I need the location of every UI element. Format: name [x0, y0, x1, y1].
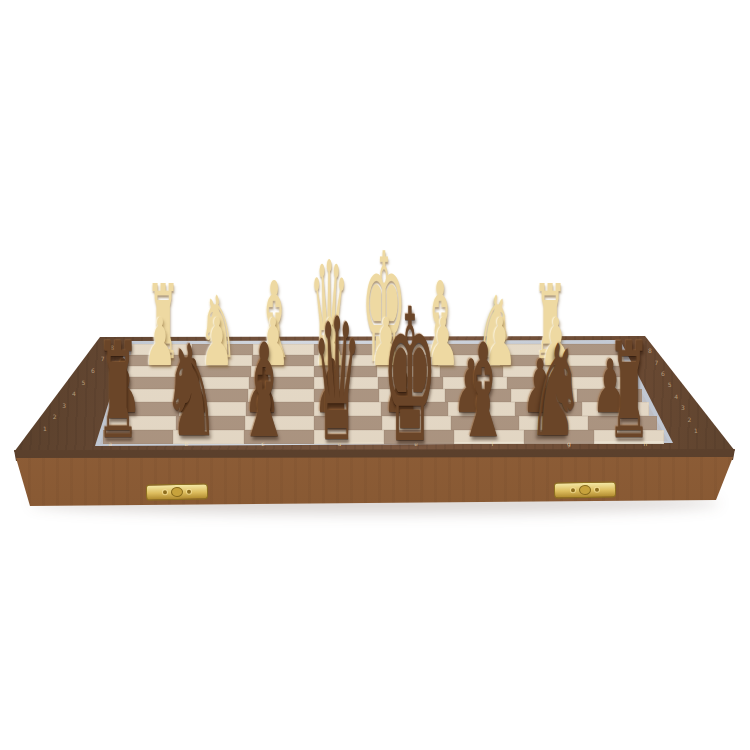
rank-row-8	[131, 344, 617, 355]
piece-dark-pawn-b2[interactable]: ♟	[174, 350, 210, 424]
square-a2[interactable]	[108, 416, 177, 430]
rank-label-left-6: 6	[91, 368, 95, 374]
piece-dark-bishop-c1[interactable]: ♝	[238, 327, 290, 456]
square-c5[interactable]	[249, 377, 313, 389]
square-b3[interactable]	[179, 402, 246, 416]
square-d5[interactable]	[314, 377, 378, 389]
rank-row-3	[112, 402, 649, 416]
pieces-layer: ♜♞♝♛♚♝♞♜♟♟♟♟♟♟♟♟♟♟♟♟♟♟♟♟♜♞♝♛♚♝♞♜	[0, 0, 750, 750]
square-d2[interactable]	[314, 416, 383, 430]
piece-dark-king-e1[interactable]: ♚	[383, 285, 437, 469]
square-c1[interactable]	[244, 430, 314, 445]
piece-light-knight-g8[interactable]: ♞	[476, 285, 514, 370]
board-drop-shadow	[30, 492, 720, 514]
square-a3[interactable]	[112, 402, 179, 416]
latch-screw-icon	[571, 488, 575, 492]
square-f1[interactable]	[454, 430, 524, 445]
rank-row-1	[103, 430, 664, 445]
square-f8[interactable]	[435, 344, 496, 355]
square-c4[interactable]	[248, 389, 314, 402]
piece-dark-pawn-c2[interactable]: ♟	[244, 350, 280, 424]
rank-row-4	[117, 389, 643, 402]
piece-dark-knight-b1[interactable]: ♞	[163, 329, 220, 456]
rank-label-right-7: 7	[654, 360, 658, 366]
square-d4[interactable]	[314, 389, 380, 402]
piece-light-rook-h8[interactable]: ♜	[533, 271, 566, 374]
square-a4[interactable]	[117, 389, 183, 402]
square-b1[interactable]	[173, 430, 243, 445]
square-g1[interactable]	[524, 430, 594, 445]
square-c6[interactable]	[251, 366, 314, 378]
piece-light-pawn-g7[interactable]: ♟	[483, 310, 516, 376]
piece-dark-rook-a1[interactable]: ♜	[97, 325, 140, 457]
square-f4[interactable]	[445, 389, 511, 402]
square-f7[interactable]	[438, 355, 500, 366]
piece-light-pawn-c7[interactable]: ♟	[257, 310, 290, 376]
square-e6[interactable]	[377, 366, 440, 378]
square-a1[interactable]	[103, 430, 173, 445]
rank-label-left-1: 1	[43, 426, 47, 432]
square-g8[interactable]	[496, 344, 557, 355]
file-label-g: g	[567, 441, 571, 447]
file-label-h: h	[644, 441, 648, 447]
square-a6[interactable]	[124, 366, 187, 378]
square-f2[interactable]	[451, 416, 520, 430]
rank-row-5	[121, 377, 636, 389]
square-b5[interactable]	[185, 377, 249, 389]
piece-light-bishop-c8[interactable]: ♝	[252, 268, 295, 374]
square-g6[interactable]	[503, 366, 566, 378]
rank-label-right-6: 6	[661, 371, 665, 377]
square-e4[interactable]	[379, 389, 445, 402]
piece-dark-queen-d1[interactable]: ♛	[313, 296, 362, 465]
file-label-c: c	[261, 441, 264, 447]
square-d7[interactable]	[314, 355, 376, 366]
folding-box-apron	[0, 0, 750, 750]
rank-label-right-8: 8	[648, 348, 652, 354]
square-g4[interactable]	[511, 389, 577, 402]
board-frame	[0, 0, 750, 750]
square-e7[interactable]	[376, 355, 438, 366]
piece-dark-knight-g1[interactable]: ♞	[528, 329, 585, 456]
piece-dark-bishop-f1[interactable]: ♝	[457, 327, 509, 456]
square-c7[interactable]	[252, 355, 314, 366]
rank-label-left-7: 7	[101, 356, 105, 362]
square-d3[interactable]	[314, 402, 381, 416]
piece-dark-pawn-g2[interactable]: ♟	[522, 350, 558, 424]
rank-label-left-4: 4	[72, 391, 76, 397]
square-e3[interactable]	[381, 402, 448, 416]
square-f6[interactable]	[440, 366, 503, 378]
square-b6[interactable]	[187, 366, 250, 378]
file-label-b: b	[185, 441, 189, 447]
square-d8[interactable]	[314, 344, 375, 355]
square-g7[interactable]	[500, 355, 562, 366]
square-h5[interactable]	[571, 377, 635, 389]
square-h4[interactable]	[577, 389, 643, 402]
square-e5[interactable]	[378, 377, 442, 389]
piece-light-knight-b8[interactable]: ♞	[199, 285, 237, 370]
square-f5[interactable]	[443, 377, 507, 389]
piece-dark-pawn-e2[interactable]: ♟	[383, 350, 419, 424]
brass-latch-right	[554, 481, 616, 498]
square-h6[interactable]	[566, 366, 629, 378]
file-label-e: e	[414, 441, 418, 447]
rank-row-7	[128, 355, 624, 366]
square-d1[interactable]	[314, 430, 384, 445]
square-g3[interactable]	[515, 402, 582, 416]
square-h1[interactable]	[594, 430, 664, 445]
square-c2[interactable]	[245, 416, 314, 430]
square-h3[interactable]	[582, 402, 649, 416]
board-surface-sheen	[0, 0, 750, 750]
rank-label-left-8: 8	[110, 345, 114, 351]
piece-dark-pawn-a2[interactable]: ♟	[105, 350, 141, 424]
square-b7[interactable]	[190, 355, 252, 366]
board-inlay-line	[0, 0, 750, 750]
board-coordinates: abcdefgh1122334455667788	[0, 0, 750, 750]
brass-latch-left	[146, 483, 208, 500]
piece-light-pawn-b7[interactable]: ♟	[200, 310, 233, 376]
square-e1[interactable]	[384, 430, 454, 445]
rank-label-left-2: 2	[53, 414, 57, 420]
square-b2[interactable]	[176, 416, 245, 430]
rank-label-right-2: 2	[687, 417, 691, 423]
piece-dark-pawn-d2[interactable]: ♟	[313, 350, 349, 424]
square-a7[interactable]	[128, 355, 190, 366]
piece-light-pawn-a7[interactable]: ♟	[144, 310, 177, 376]
square-a8[interactable]	[131, 344, 192, 355]
rank-label-right-4: 4	[674, 394, 678, 400]
square-c8[interactable]	[253, 344, 314, 355]
rank-label-right-3: 3	[681, 405, 685, 411]
piece-light-pawn-h7[interactable]: ♟	[540, 310, 573, 376]
piece-light-pawn-f7[interactable]: ♟	[427, 310, 460, 376]
rank-row-2	[108, 416, 657, 430]
square-g2[interactable]	[519, 416, 588, 430]
square-f3[interactable]	[448, 402, 515, 416]
latch-screw-icon	[187, 490, 191, 494]
rank-label-left-3: 3	[62, 403, 66, 409]
piece-light-queen-d8[interactable]: ♛	[309, 244, 348, 381]
piece-light-rook-a8[interactable]: ♜	[146, 271, 179, 374]
square-e8[interactable]	[374, 344, 435, 355]
latch-keyplate-icon	[579, 485, 591, 495]
chessboard	[0, 0, 750, 750]
chess-set-photo: abcdefgh1122334455667788 ♜♞♝♛♚♝♞♜♟♟♟♟♟♟♟…	[0, 0, 750, 750]
rank-label-right-5: 5	[668, 382, 672, 388]
square-g5[interactable]	[507, 377, 571, 389]
piece-light-pawn-e7[interactable]: ♟	[370, 310, 403, 376]
board-front-edge	[0, 0, 750, 750]
rank-label-left-5: 5	[81, 380, 85, 386]
square-e2[interactable]	[382, 416, 451, 430]
piece-light-bishop-f8[interactable]: ♝	[418, 268, 461, 374]
square-h2[interactable]	[588, 416, 657, 430]
latch-keyplate-icon	[171, 487, 183, 497]
rank-row-6	[124, 366, 629, 378]
square-h8[interactable]	[557, 344, 618, 355]
square-h7[interactable]	[562, 355, 624, 366]
piece-light-pawn-d7[interactable]: ♟	[313, 310, 346, 376]
piece-light-king-e8[interactable]: ♚	[362, 233, 407, 385]
latch-screw-icon	[163, 490, 167, 494]
piece-dark-pawn-h2[interactable]: ♟	[591, 350, 627, 424]
square-a5[interactable]	[121, 377, 185, 389]
square-d6[interactable]	[314, 366, 377, 378]
square-b4[interactable]	[182, 389, 248, 402]
square-c3[interactable]	[246, 402, 313, 416]
file-label-a: a	[108, 441, 112, 447]
file-label-d: d	[338, 441, 342, 447]
rank-label-right-1: 1	[694, 428, 698, 434]
latch-screw-icon	[595, 488, 599, 492]
file-label-f: f	[491, 441, 493, 447]
piece-dark-pawn-f2[interactable]: ♟	[452, 350, 488, 424]
square-b8[interactable]	[192, 344, 253, 355]
piece-dark-rook-h1[interactable]: ♜	[608, 325, 651, 457]
